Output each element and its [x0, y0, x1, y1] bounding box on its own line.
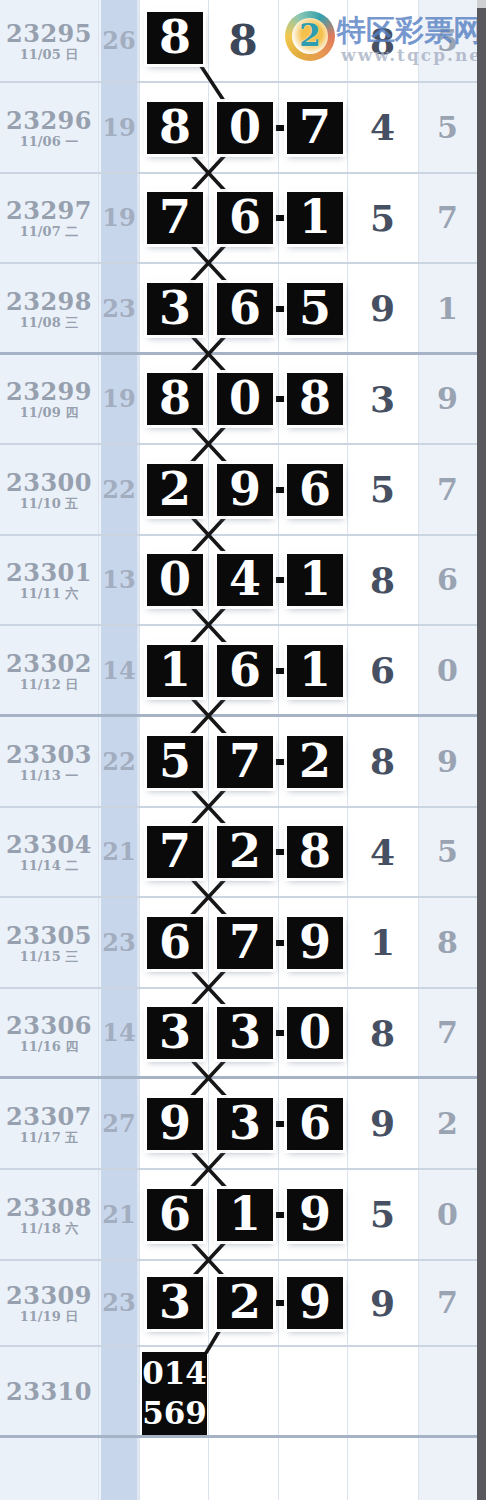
lottery-trend-chart: 2329511/05 日2688852329611/06 一1980745232…	[0, 0, 486, 1500]
left-value: 21	[99, 1169, 139, 1260]
extra-value-2: 5	[418, 807, 477, 897]
draw-number: 23310	[6, 1378, 92, 1405]
left-value: 23	[99, 263, 139, 354]
draw-date: 11/14 二	[20, 858, 78, 873]
extra-value-1: 5	[347, 173, 418, 263]
digit-box: 0	[287, 1007, 343, 1059]
extra-value-2: 7	[418, 1260, 477, 1346]
scrollbar-thumb[interactable]	[477, 8, 486, 1500]
digit-dash	[272, 1030, 288, 1036]
extra-value-1: 8	[347, 0, 418, 82]
left-value: 19	[99, 82, 139, 173]
digit-dash	[272, 577, 288, 583]
draw-date: 11/08 三	[20, 315, 78, 330]
digit-box: 9	[287, 1277, 343, 1329]
left-value: 14	[99, 988, 139, 1078]
extra-value-2: 9	[418, 716, 477, 807]
digit-dash	[272, 849, 288, 855]
extra-value-2: 5	[418, 0, 477, 82]
digit-box: 8	[147, 102, 203, 154]
draw-date: 11/10 五	[20, 496, 78, 511]
draw-date: 11/17 五	[20, 1130, 78, 1145]
digit-box: 1	[287, 554, 343, 606]
left-value: 13	[99, 535, 139, 625]
digit-box: 6	[147, 917, 203, 969]
issue-cell: 2329611/06 一	[0, 82, 98, 173]
digit-dash	[272, 1300, 288, 1306]
left-value: 22	[99, 716, 139, 807]
digit-box: 7	[217, 736, 273, 788]
digit-box: 7	[217, 917, 273, 969]
extra-value-2: 5	[418, 82, 477, 173]
extra-value-1: 4	[347, 82, 418, 173]
table-rows: 2329511/05 日2688852329611/06 一1980745232…	[0, 0, 477, 1500]
digit-box: 7	[287, 102, 343, 154]
digit-box: 3	[217, 1098, 273, 1150]
extra-value-1: 8	[347, 535, 418, 625]
digit-dash	[272, 668, 288, 674]
digit-box: 3	[147, 1007, 203, 1059]
prediction-line-2: 569	[142, 1393, 207, 1433]
draw-date: 11/11 六	[20, 586, 78, 601]
digit-box: 1	[217, 1189, 273, 1241]
draw-number: 23299	[6, 378, 92, 405]
digit-box: 6	[217, 645, 273, 697]
digit-box: 5	[147, 736, 203, 788]
draw-date: 11/05 日	[20, 47, 78, 62]
extra-value-2: 0	[418, 625, 477, 716]
issue-cell: 2330611/16 四	[0, 988, 98, 1078]
left-value: 14	[99, 625, 139, 716]
issue-cell: 2330211/12 日	[0, 625, 98, 716]
extra-value-1: 8	[347, 716, 418, 807]
digit-dash	[272, 1121, 288, 1127]
draw-number: 23305	[6, 922, 92, 949]
draw-number: 23302	[6, 650, 92, 677]
digit-dash	[272, 487, 288, 493]
draw-date: 11/15 三	[20, 949, 78, 964]
issue-cell: 2330411/14 二	[0, 807, 98, 897]
digit-plain: 8	[208, 0, 278, 82]
digit-dash	[272, 125, 288, 131]
digit-box: 9	[217, 464, 273, 516]
draw-date: 11/13 一	[20, 768, 78, 783]
digit-box: 2	[287, 736, 343, 788]
digit-box: 6	[287, 464, 343, 516]
digit-box: 1	[287, 645, 343, 697]
digit-box: 8	[147, 12, 203, 64]
digit-dash	[272, 940, 288, 946]
digit-box: 8	[147, 373, 203, 425]
draw-number: 23295	[6, 20, 92, 47]
digit-box: 6	[287, 1098, 343, 1150]
draw-number: 23309	[6, 1282, 92, 1309]
draw-date: 11/07 二	[20, 224, 78, 239]
extra-value-1: 9	[347, 1260, 418, 1346]
left-value: 23	[99, 1260, 139, 1346]
draw-date: 11/18 六	[20, 1221, 78, 1236]
digit-box: 3	[147, 283, 203, 335]
issue-cell: 2330011/10 五	[0, 444, 98, 535]
extra-value-1: 6	[347, 625, 418, 716]
extra-value-1: 4	[347, 807, 418, 897]
draw-number: 23307	[6, 1103, 92, 1130]
digit-box: 2	[217, 1277, 273, 1329]
draw-date: 11/19 日	[20, 1309, 78, 1324]
digit-box: 0	[217, 373, 273, 425]
left-value: 23	[99, 897, 139, 988]
extra-value-1: 9	[347, 263, 418, 354]
issue-cell: 2330911/19 日	[0, 1260, 98, 1346]
extra-value-1: 5	[347, 444, 418, 535]
extra-value-1: 9	[347, 1078, 418, 1169]
left-value: 26	[99, 0, 139, 82]
issue-cell: 2330711/17 五	[0, 1078, 98, 1169]
extra-value-2: 6	[418, 535, 477, 625]
digit-box: 1	[287, 192, 343, 244]
draw-number: 23298	[6, 288, 92, 315]
digit-box: 9	[287, 917, 343, 969]
extra-value-1: 8	[347, 988, 418, 1078]
left-value: 19	[99, 354, 139, 444]
draw-date: 11/06 一	[20, 134, 78, 149]
digit-box: 3	[217, 1007, 273, 1059]
draw-number: 23308	[6, 1194, 92, 1221]
extra-value-2: 7	[418, 173, 477, 263]
extra-value-1: 3	[347, 354, 418, 444]
digit-box: 6	[147, 1189, 203, 1241]
extra-value-2: 8	[418, 897, 477, 988]
issue-cell: 2330111/11 六	[0, 535, 98, 625]
prediction-box: 014 569	[142, 1352, 207, 1435]
digit-box: 9	[287, 1189, 343, 1241]
extra-value-2: 7	[418, 444, 477, 535]
draw-date: 11/12 日	[20, 677, 78, 692]
digit-box: 1	[147, 645, 203, 697]
draw-number: 23301	[6, 559, 92, 586]
issue-cell: 2330511/15 三	[0, 897, 98, 988]
digit-box: 0	[217, 102, 273, 154]
digit-dash	[272, 1212, 288, 1218]
draw-number: 23303	[6, 741, 92, 768]
digit-box: 8	[287, 826, 343, 878]
digit-dash	[272, 215, 288, 221]
digit-box: 9	[147, 1098, 203, 1150]
extra-value-2: 2	[418, 1078, 477, 1169]
extra-value-2: 7	[418, 988, 477, 1078]
issue-cell: 2329911/09 四	[0, 354, 98, 444]
extra-value-2: 1	[418, 263, 477, 354]
digit-dash	[272, 759, 288, 765]
left-value: 19	[99, 173, 139, 263]
digit-box: 3	[147, 1277, 203, 1329]
extra-value-1: 5	[347, 1169, 418, 1260]
left-value: 21	[99, 807, 139, 897]
left-value: 27	[99, 1078, 139, 1169]
draw-date: 11/16 四	[20, 1039, 78, 1054]
digit-box: 6	[217, 192, 273, 244]
extra-value-2: 0	[418, 1169, 477, 1260]
extra-value-2: 9	[418, 354, 477, 444]
digit-box: 8	[287, 373, 343, 425]
digit-box: 4	[217, 554, 273, 606]
digit-box: 7	[147, 826, 203, 878]
digit-box: 2	[147, 464, 203, 516]
digit-box: 0	[147, 554, 203, 606]
digit-box: 2	[217, 826, 273, 878]
prediction-line-1: 014	[142, 1353, 207, 1393]
issue-cell: 2329511/05 日	[0, 0, 98, 82]
issue-cell: 2330311/13 一	[0, 716, 98, 807]
draw-date: 11/09 四	[20, 405, 78, 420]
extra-value-1: 1	[347, 897, 418, 988]
digit-box: 7	[147, 192, 203, 244]
draw-number: 23297	[6, 197, 92, 224]
issue-cell: 2329711/07 二	[0, 173, 98, 263]
draw-number: 23300	[6, 469, 92, 496]
issue-cell: 23310	[0, 1346, 98, 1437]
issue-cell: 2329811/08 三	[0, 263, 98, 354]
issue-cell: 2330811/18 六	[0, 1169, 98, 1260]
draw-number: 23306	[6, 1012, 92, 1039]
digit-box: 6	[217, 283, 273, 335]
draw-number: 23296	[6, 107, 92, 134]
draw-number: 23304	[6, 831, 92, 858]
left-value: 22	[99, 444, 139, 535]
scrollbar-track[interactable]	[477, 0, 486, 1500]
digit-box: 5	[287, 283, 343, 335]
digit-dash	[272, 396, 288, 402]
digit-dash	[272, 306, 288, 312]
